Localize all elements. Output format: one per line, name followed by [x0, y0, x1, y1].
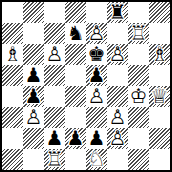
- square-b5[interactable]: ♟♟: [23, 65, 44, 86]
- square-a1[interactable]: [2, 149, 23, 170]
- square-g7[interactable]: ♜♖: [128, 23, 149, 44]
- square-d8[interactable]: [65, 2, 86, 23]
- piece-black-rook[interactable]: ♜: [107, 2, 128, 23]
- piece-white-pawn[interactable]: ♙: [86, 86, 107, 107]
- piece-halo: ♟: [23, 86, 44, 107]
- square-f8[interactable]: ♜♜: [107, 2, 128, 23]
- piece-halo: ♟: [86, 65, 107, 86]
- piece-white-rook[interactable]: ♖: [128, 23, 149, 44]
- square-b1[interactable]: [23, 149, 44, 170]
- square-e2[interactable]: ♟♟: [86, 128, 107, 149]
- piece-white-pawn[interactable]: ♙: [107, 128, 128, 149]
- square-a2[interactable]: [2, 128, 23, 149]
- piece-halo: ♟: [86, 23, 107, 44]
- square-g4[interactable]: ♚♔: [128, 86, 149, 107]
- square-h3[interactable]: [149, 107, 170, 128]
- square-c4[interactable]: [44, 86, 65, 107]
- piece-halo: ♚: [128, 86, 149, 107]
- square-d3[interactable]: [65, 107, 86, 128]
- square-d5[interactable]: [65, 65, 86, 86]
- square-c7[interactable]: [44, 23, 65, 44]
- piece-black-pawn[interactable]: ♟: [23, 65, 44, 86]
- square-c6[interactable]: ♟♙: [44, 44, 65, 65]
- piece-black-pawn[interactable]: ♟: [44, 128, 65, 149]
- square-a8[interactable]: [2, 2, 23, 23]
- square-c2[interactable]: ♟♟: [44, 128, 65, 149]
- square-d4[interactable]: [65, 86, 86, 107]
- piece-halo: ♞: [65, 23, 86, 44]
- piece-white-pawn[interactable]: ♙: [86, 23, 107, 44]
- piece-white-pawn[interactable]: ♙: [44, 44, 65, 65]
- square-g8[interactable]: [128, 2, 149, 23]
- square-h4[interactable]: ♛♕: [149, 86, 170, 107]
- square-d7[interactable]: ♞♞: [65, 23, 86, 44]
- piece-white-pawn[interactable]: ♙: [23, 107, 44, 128]
- square-h8[interactable]: [149, 2, 170, 23]
- piece-white-bishop[interactable]: ♗: [149, 44, 170, 65]
- piece-black-pawn[interactable]: ♟: [23, 86, 44, 107]
- piece-white-rook[interactable]: ♖: [44, 149, 65, 170]
- square-b6[interactable]: [23, 44, 44, 65]
- square-e3[interactable]: [86, 107, 107, 128]
- piece-white-queen[interactable]: ♕: [149, 86, 170, 107]
- piece-halo: ♟: [86, 128, 107, 149]
- square-e6[interactable]: ♚♚: [86, 44, 107, 65]
- square-e1[interactable]: ♞♘: [86, 149, 107, 170]
- square-c8[interactable]: [44, 2, 65, 23]
- piece-halo: ♚: [86, 44, 107, 65]
- piece-black-pawn[interactable]: ♟: [86, 128, 107, 149]
- piece-black-pawn[interactable]: ♟: [65, 128, 86, 149]
- square-a4[interactable]: [2, 86, 23, 107]
- square-f2[interactable]: ♟♙: [107, 128, 128, 149]
- piece-white-knight[interactable]: ♘: [86, 149, 107, 170]
- piece-halo: ♟: [107, 107, 128, 128]
- square-h5[interactable]: [149, 65, 170, 86]
- square-h7[interactable]: [149, 23, 170, 44]
- piece-halo: ♟: [65, 128, 86, 149]
- piece-halo: ♜: [44, 149, 65, 170]
- piece-halo: ♞: [86, 149, 107, 170]
- piece-halo: ♟: [44, 128, 65, 149]
- square-d2[interactable]: ♟♟: [65, 128, 86, 149]
- piece-halo: ♟: [44, 44, 65, 65]
- square-b3[interactable]: ♟♙: [23, 107, 44, 128]
- piece-halo: ♜: [107, 2, 128, 23]
- square-g2[interactable]: [128, 128, 149, 149]
- square-a7[interactable]: [2, 23, 23, 44]
- piece-halo: ♟: [23, 65, 44, 86]
- square-h1[interactable]: [149, 149, 170, 170]
- square-a3[interactable]: [2, 107, 23, 128]
- square-e4[interactable]: ♟♙: [86, 86, 107, 107]
- square-a6[interactable]: ♝♗: [2, 44, 23, 65]
- piece-white-bishop[interactable]: ♗: [2, 44, 23, 65]
- piece-halo: ♝: [149, 44, 170, 65]
- square-f7[interactable]: [107, 23, 128, 44]
- square-b7[interactable]: [23, 23, 44, 44]
- square-f5[interactable]: [107, 65, 128, 86]
- square-f3[interactable]: ♟♙: [107, 107, 128, 128]
- piece-halo: ♟: [23, 107, 44, 128]
- square-g6[interactable]: [128, 44, 149, 65]
- piece-halo: ♟: [86, 86, 107, 107]
- square-c3[interactable]: [44, 107, 65, 128]
- piece-black-knight[interactable]: ♞: [65, 23, 86, 44]
- square-h6[interactable]: ♝♗: [149, 44, 170, 65]
- square-d6[interactable]: [65, 44, 86, 65]
- square-g5[interactable]: [128, 65, 149, 86]
- square-c5[interactable]: [44, 65, 65, 86]
- piece-halo: ♟: [107, 128, 128, 149]
- piece-black-pawn[interactable]: ♟: [86, 65, 107, 86]
- piece-white-pawn[interactable]: ♙: [107, 44, 128, 65]
- square-f6[interactable]: ♟♙: [107, 44, 128, 65]
- piece-black-king[interactable]: ♚: [86, 44, 107, 65]
- square-d1[interactable]: [65, 149, 86, 170]
- piece-white-pawn[interactable]: ♙: [107, 107, 128, 128]
- square-e5[interactable]: ♟♟: [86, 65, 107, 86]
- square-f4[interactable]: [107, 86, 128, 107]
- piece-halo: ♛: [149, 86, 170, 107]
- square-b4[interactable]: ♟♟: [23, 86, 44, 107]
- square-b2[interactable]: [23, 128, 44, 149]
- square-e8[interactable]: [86, 2, 107, 23]
- piece-white-king[interactable]: ♔: [128, 86, 149, 107]
- square-b8[interactable]: [23, 2, 44, 23]
- square-c1[interactable]: ♜♖: [44, 149, 65, 170]
- piece-halo: ♝: [2, 44, 23, 65]
- chess-board: ♜♜♞♞♟♙♜♖♝♗♟♙♚♚♟♙♝♗♟♟♟♟♟♟♟♙♚♔♛♕♟♙♟♙♟♟♟♟♟♟…: [0, 0, 172, 172]
- square-f1[interactable]: [107, 149, 128, 170]
- piece-halo: ♜: [128, 23, 149, 44]
- square-h2[interactable]: [149, 128, 170, 149]
- piece-halo: ♟: [107, 44, 128, 65]
- square-g1[interactable]: [128, 149, 149, 170]
- square-e7[interactable]: ♟♙: [86, 23, 107, 44]
- square-g3[interactable]: [128, 107, 149, 128]
- square-a5[interactable]: [2, 65, 23, 86]
